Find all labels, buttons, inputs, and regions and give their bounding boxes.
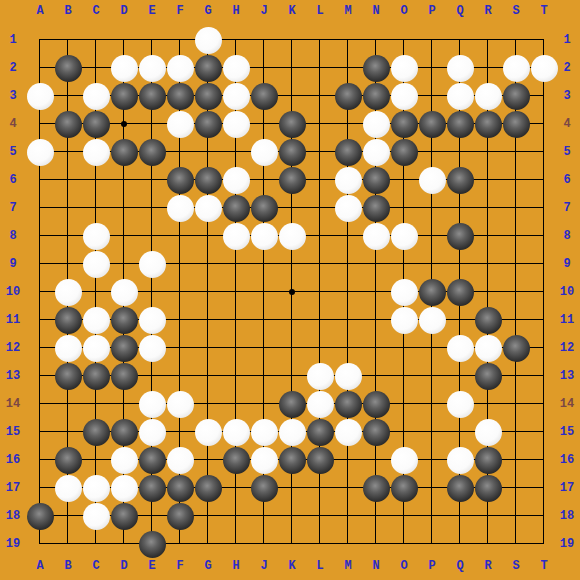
point-T13[interactable]: [530, 362, 558, 390]
point-S7[interactable]: [502, 194, 530, 222]
point-F3[interactable]: [166, 82, 194, 110]
point-P14[interactable]: [418, 390, 446, 418]
point-M16[interactable]: [334, 446, 362, 474]
point-C6[interactable]: [82, 166, 110, 194]
point-A3[interactable]: [26, 82, 54, 110]
point-P12[interactable]: [418, 334, 446, 362]
point-J6[interactable]: [250, 166, 278, 194]
point-R12[interactable]: [474, 334, 502, 362]
point-M11[interactable]: [334, 306, 362, 334]
point-A16[interactable]: [26, 446, 54, 474]
point-K14[interactable]: [278, 390, 306, 418]
point-O15[interactable]: [390, 418, 418, 446]
point-M17[interactable]: [334, 474, 362, 502]
point-L1[interactable]: [306, 26, 334, 54]
point-F7[interactable]: [166, 194, 194, 222]
point-M15[interactable]: [334, 418, 362, 446]
point-R10[interactable]: [474, 278, 502, 306]
point-R3[interactable]: [474, 82, 502, 110]
point-H2[interactable]: [222, 54, 250, 82]
point-L6[interactable]: [306, 166, 334, 194]
point-P8[interactable]: [418, 222, 446, 250]
point-K13[interactable]: [278, 362, 306, 390]
point-G9[interactable]: [194, 250, 222, 278]
point-D12[interactable]: [110, 334, 138, 362]
point-S14[interactable]: [502, 390, 530, 418]
point-J14[interactable]: [250, 390, 278, 418]
point-H4[interactable]: [222, 110, 250, 138]
point-G4[interactable]: [194, 110, 222, 138]
point-T10[interactable]: [530, 278, 558, 306]
point-T7[interactable]: [530, 194, 558, 222]
point-T9[interactable]: [530, 250, 558, 278]
point-E13[interactable]: [138, 362, 166, 390]
point-L11[interactable]: [306, 306, 334, 334]
point-F5[interactable]: [166, 138, 194, 166]
point-Q4[interactable]: [446, 110, 474, 138]
point-A2[interactable]: [26, 54, 54, 82]
point-H15[interactable]: [222, 418, 250, 446]
point-R1[interactable]: [474, 26, 502, 54]
point-M8[interactable]: [334, 222, 362, 250]
point-M10[interactable]: [334, 278, 362, 306]
point-F1[interactable]: [166, 26, 194, 54]
point-L4[interactable]: [306, 110, 334, 138]
point-T16[interactable]: [530, 446, 558, 474]
point-O9[interactable]: [390, 250, 418, 278]
point-A17[interactable]: [26, 474, 54, 502]
point-G19[interactable]: [194, 530, 222, 558]
point-H12[interactable]: [222, 334, 250, 362]
point-N16[interactable]: [362, 446, 390, 474]
point-K11[interactable]: [278, 306, 306, 334]
point-D17[interactable]: [110, 474, 138, 502]
point-F2[interactable]: [166, 54, 194, 82]
point-F10[interactable]: [166, 278, 194, 306]
point-E8[interactable]: [138, 222, 166, 250]
point-Q12[interactable]: [446, 334, 474, 362]
point-E2[interactable]: [138, 54, 166, 82]
point-E10[interactable]: [138, 278, 166, 306]
point-Q13[interactable]: [446, 362, 474, 390]
point-Q11[interactable]: [446, 306, 474, 334]
point-D3[interactable]: [110, 82, 138, 110]
point-E12[interactable]: [138, 334, 166, 362]
point-G18[interactable]: [194, 502, 222, 530]
point-E4[interactable]: [138, 110, 166, 138]
point-A8[interactable]: [26, 222, 54, 250]
point-G15[interactable]: [194, 418, 222, 446]
point-P3[interactable]: [418, 82, 446, 110]
point-T12[interactable]: [530, 334, 558, 362]
point-M3[interactable]: [334, 82, 362, 110]
point-G17[interactable]: [194, 474, 222, 502]
point-L16[interactable]: [306, 446, 334, 474]
point-J18[interactable]: [250, 502, 278, 530]
point-C2[interactable]: [82, 54, 110, 82]
point-O18[interactable]: [390, 502, 418, 530]
point-S11[interactable]: [502, 306, 530, 334]
point-N2[interactable]: [362, 54, 390, 82]
point-T15[interactable]: [530, 418, 558, 446]
point-T1[interactable]: [530, 26, 558, 54]
point-E17[interactable]: [138, 474, 166, 502]
point-K6[interactable]: [278, 166, 306, 194]
point-J11[interactable]: [250, 306, 278, 334]
point-F12[interactable]: [166, 334, 194, 362]
point-J13[interactable]: [250, 362, 278, 390]
point-T8[interactable]: [530, 222, 558, 250]
point-B16[interactable]: [54, 446, 82, 474]
point-Q9[interactable]: [446, 250, 474, 278]
point-B5[interactable]: [54, 138, 82, 166]
point-B14[interactable]: [54, 390, 82, 418]
point-M6[interactable]: [334, 166, 362, 194]
point-M9[interactable]: [334, 250, 362, 278]
point-J3[interactable]: [250, 82, 278, 110]
point-B3[interactable]: [54, 82, 82, 110]
point-J4[interactable]: [250, 110, 278, 138]
point-N1[interactable]: [362, 26, 390, 54]
point-B10[interactable]: [54, 278, 82, 306]
point-C9[interactable]: [82, 250, 110, 278]
point-D4[interactable]: [110, 110, 138, 138]
point-T3[interactable]: [530, 82, 558, 110]
point-P19[interactable]: [418, 530, 446, 558]
point-O14[interactable]: [390, 390, 418, 418]
point-A9[interactable]: [26, 250, 54, 278]
point-G12[interactable]: [194, 334, 222, 362]
point-N8[interactable]: [362, 222, 390, 250]
point-S10[interactable]: [502, 278, 530, 306]
point-D6[interactable]: [110, 166, 138, 194]
point-L10[interactable]: [306, 278, 334, 306]
point-O19[interactable]: [390, 530, 418, 558]
point-S9[interactable]: [502, 250, 530, 278]
point-P11[interactable]: [418, 306, 446, 334]
point-F15[interactable]: [166, 418, 194, 446]
point-P15[interactable]: [418, 418, 446, 446]
point-R2[interactable]: [474, 54, 502, 82]
point-L15[interactable]: [306, 418, 334, 446]
point-K15[interactable]: [278, 418, 306, 446]
point-G6[interactable]: [194, 166, 222, 194]
point-C3[interactable]: [82, 82, 110, 110]
point-J9[interactable]: [250, 250, 278, 278]
point-A5[interactable]: [26, 138, 54, 166]
point-K9[interactable]: [278, 250, 306, 278]
point-N5[interactable]: [362, 138, 390, 166]
point-E7[interactable]: [138, 194, 166, 222]
point-O5[interactable]: [390, 138, 418, 166]
point-P16[interactable]: [418, 446, 446, 474]
point-A18[interactable]: [26, 502, 54, 530]
point-H6[interactable]: [222, 166, 250, 194]
point-R15[interactable]: [474, 418, 502, 446]
point-J19[interactable]: [250, 530, 278, 558]
point-C13[interactable]: [82, 362, 110, 390]
point-L5[interactable]: [306, 138, 334, 166]
point-B8[interactable]: [54, 222, 82, 250]
point-A6[interactable]: [26, 166, 54, 194]
point-G13[interactable]: [194, 362, 222, 390]
point-N14[interactable]: [362, 390, 390, 418]
point-G1[interactable]: [194, 26, 222, 54]
point-N17[interactable]: [362, 474, 390, 502]
point-B6[interactable]: [54, 166, 82, 194]
point-B2[interactable]: [54, 54, 82, 82]
point-S1[interactable]: [502, 26, 530, 54]
point-D18[interactable]: [110, 502, 138, 530]
point-L9[interactable]: [306, 250, 334, 278]
point-A12[interactable]: [26, 334, 54, 362]
point-D7[interactable]: [110, 194, 138, 222]
point-J12[interactable]: [250, 334, 278, 362]
point-D8[interactable]: [110, 222, 138, 250]
point-H14[interactable]: [222, 390, 250, 418]
point-C19[interactable]: [82, 530, 110, 558]
point-P18[interactable]: [418, 502, 446, 530]
point-E6[interactable]: [138, 166, 166, 194]
point-G14[interactable]: [194, 390, 222, 418]
point-C10[interactable]: [82, 278, 110, 306]
point-R14[interactable]: [474, 390, 502, 418]
point-T18[interactable]: [530, 502, 558, 530]
point-R9[interactable]: [474, 250, 502, 278]
point-D2[interactable]: [110, 54, 138, 82]
point-P17[interactable]: [418, 474, 446, 502]
point-J15[interactable]: [250, 418, 278, 446]
point-H8[interactable]: [222, 222, 250, 250]
point-E1[interactable]: [138, 26, 166, 54]
point-D15[interactable]: [110, 418, 138, 446]
point-F16[interactable]: [166, 446, 194, 474]
point-K5[interactable]: [278, 138, 306, 166]
point-C8[interactable]: [82, 222, 110, 250]
point-D5[interactable]: [110, 138, 138, 166]
point-G10[interactable]: [194, 278, 222, 306]
point-J17[interactable]: [250, 474, 278, 502]
point-F11[interactable]: [166, 306, 194, 334]
point-H18[interactable]: [222, 502, 250, 530]
point-D14[interactable]: [110, 390, 138, 418]
point-K17[interactable]: [278, 474, 306, 502]
point-O12[interactable]: [390, 334, 418, 362]
point-S17[interactable]: [502, 474, 530, 502]
point-R18[interactable]: [474, 502, 502, 530]
point-M4[interactable]: [334, 110, 362, 138]
point-L13[interactable]: [306, 362, 334, 390]
point-A4[interactable]: [26, 110, 54, 138]
point-L2[interactable]: [306, 54, 334, 82]
point-J2[interactable]: [250, 54, 278, 82]
point-K2[interactable]: [278, 54, 306, 82]
point-R4[interactable]: [474, 110, 502, 138]
point-K8[interactable]: [278, 222, 306, 250]
point-S19[interactable]: [502, 530, 530, 558]
point-Q7[interactable]: [446, 194, 474, 222]
point-A15[interactable]: [26, 418, 54, 446]
point-Q3[interactable]: [446, 82, 474, 110]
point-N15[interactable]: [362, 418, 390, 446]
point-M13[interactable]: [334, 362, 362, 390]
point-L14[interactable]: [306, 390, 334, 418]
point-O13[interactable]: [390, 362, 418, 390]
point-B1[interactable]: [54, 26, 82, 54]
point-E15[interactable]: [138, 418, 166, 446]
point-M19[interactable]: [334, 530, 362, 558]
point-M1[interactable]: [334, 26, 362, 54]
point-O11[interactable]: [390, 306, 418, 334]
point-M18[interactable]: [334, 502, 362, 530]
point-Q10[interactable]: [446, 278, 474, 306]
point-E9[interactable]: [138, 250, 166, 278]
point-B7[interactable]: [54, 194, 82, 222]
point-R6[interactable]: [474, 166, 502, 194]
point-O4[interactable]: [390, 110, 418, 138]
point-R8[interactable]: [474, 222, 502, 250]
point-S5[interactable]: [502, 138, 530, 166]
point-L18[interactable]: [306, 502, 334, 530]
point-N11[interactable]: [362, 306, 390, 334]
point-C4[interactable]: [82, 110, 110, 138]
point-E3[interactable]: [138, 82, 166, 110]
point-O17[interactable]: [390, 474, 418, 502]
point-H10[interactable]: [222, 278, 250, 306]
point-J16[interactable]: [250, 446, 278, 474]
point-F9[interactable]: [166, 250, 194, 278]
point-D11[interactable]: [110, 306, 138, 334]
point-M7[interactable]: [334, 194, 362, 222]
point-B9[interactable]: [54, 250, 82, 278]
point-E16[interactable]: [138, 446, 166, 474]
point-Q19[interactable]: [446, 530, 474, 558]
point-K3[interactable]: [278, 82, 306, 110]
point-D19[interactable]: [110, 530, 138, 558]
point-C12[interactable]: [82, 334, 110, 362]
point-R7[interactable]: [474, 194, 502, 222]
point-P1[interactable]: [418, 26, 446, 54]
point-Q18[interactable]: [446, 502, 474, 530]
point-D10[interactable]: [110, 278, 138, 306]
point-O3[interactable]: [390, 82, 418, 110]
point-P6[interactable]: [418, 166, 446, 194]
point-E19[interactable]: [138, 530, 166, 558]
point-G11[interactable]: [194, 306, 222, 334]
point-R16[interactable]: [474, 446, 502, 474]
point-S6[interactable]: [502, 166, 530, 194]
point-S8[interactable]: [502, 222, 530, 250]
point-S16[interactable]: [502, 446, 530, 474]
point-H1[interactable]: [222, 26, 250, 54]
point-F4[interactable]: [166, 110, 194, 138]
point-H13[interactable]: [222, 362, 250, 390]
point-N6[interactable]: [362, 166, 390, 194]
point-P10[interactable]: [418, 278, 446, 306]
point-L8[interactable]: [306, 222, 334, 250]
point-S12[interactable]: [502, 334, 530, 362]
point-B15[interactable]: [54, 418, 82, 446]
point-R5[interactable]: [474, 138, 502, 166]
point-L7[interactable]: [306, 194, 334, 222]
point-C5[interactable]: [82, 138, 110, 166]
point-Q17[interactable]: [446, 474, 474, 502]
point-K16[interactable]: [278, 446, 306, 474]
point-H11[interactable]: [222, 306, 250, 334]
point-E18[interactable]: [138, 502, 166, 530]
point-F6[interactable]: [166, 166, 194, 194]
point-K1[interactable]: [278, 26, 306, 54]
point-S2[interactable]: [502, 54, 530, 82]
point-Q2[interactable]: [446, 54, 474, 82]
point-P4[interactable]: [418, 110, 446, 138]
point-S18[interactable]: [502, 502, 530, 530]
point-T2[interactable]: [530, 54, 558, 82]
point-J7[interactable]: [250, 194, 278, 222]
point-O8[interactable]: [390, 222, 418, 250]
point-B19[interactable]: [54, 530, 82, 558]
point-Q8[interactable]: [446, 222, 474, 250]
point-T11[interactable]: [530, 306, 558, 334]
point-O2[interactable]: [390, 54, 418, 82]
point-P13[interactable]: [418, 362, 446, 390]
point-Q14[interactable]: [446, 390, 474, 418]
point-C17[interactable]: [82, 474, 110, 502]
point-H9[interactable]: [222, 250, 250, 278]
point-J5[interactable]: [250, 138, 278, 166]
point-N3[interactable]: [362, 82, 390, 110]
point-L17[interactable]: [306, 474, 334, 502]
point-S13[interactable]: [502, 362, 530, 390]
point-Q5[interactable]: [446, 138, 474, 166]
point-H3[interactable]: [222, 82, 250, 110]
point-G16[interactable]: [194, 446, 222, 474]
point-H17[interactable]: [222, 474, 250, 502]
point-N9[interactable]: [362, 250, 390, 278]
point-N13[interactable]: [362, 362, 390, 390]
point-O1[interactable]: [390, 26, 418, 54]
point-M14[interactable]: [334, 390, 362, 418]
point-T17[interactable]: [530, 474, 558, 502]
point-P2[interactable]: [418, 54, 446, 82]
point-N19[interactable]: [362, 530, 390, 558]
point-Q6[interactable]: [446, 166, 474, 194]
point-Q16[interactable]: [446, 446, 474, 474]
point-D13[interactable]: [110, 362, 138, 390]
point-E11[interactable]: [138, 306, 166, 334]
point-B11[interactable]: [54, 306, 82, 334]
point-C1[interactable]: [82, 26, 110, 54]
point-B17[interactable]: [54, 474, 82, 502]
point-F17[interactable]: [166, 474, 194, 502]
point-S4[interactable]: [502, 110, 530, 138]
point-F8[interactable]: [166, 222, 194, 250]
point-K4[interactable]: [278, 110, 306, 138]
point-O16[interactable]: [390, 446, 418, 474]
point-P5[interactable]: [418, 138, 446, 166]
point-Q1[interactable]: [446, 26, 474, 54]
point-T14[interactable]: [530, 390, 558, 418]
point-H5[interactable]: [222, 138, 250, 166]
point-H7[interactable]: [222, 194, 250, 222]
point-P9[interactable]: [418, 250, 446, 278]
point-K18[interactable]: [278, 502, 306, 530]
point-T5[interactable]: [530, 138, 558, 166]
point-C7[interactable]: [82, 194, 110, 222]
point-B4[interactable]: [54, 110, 82, 138]
point-G5[interactable]: [194, 138, 222, 166]
point-N18[interactable]: [362, 502, 390, 530]
